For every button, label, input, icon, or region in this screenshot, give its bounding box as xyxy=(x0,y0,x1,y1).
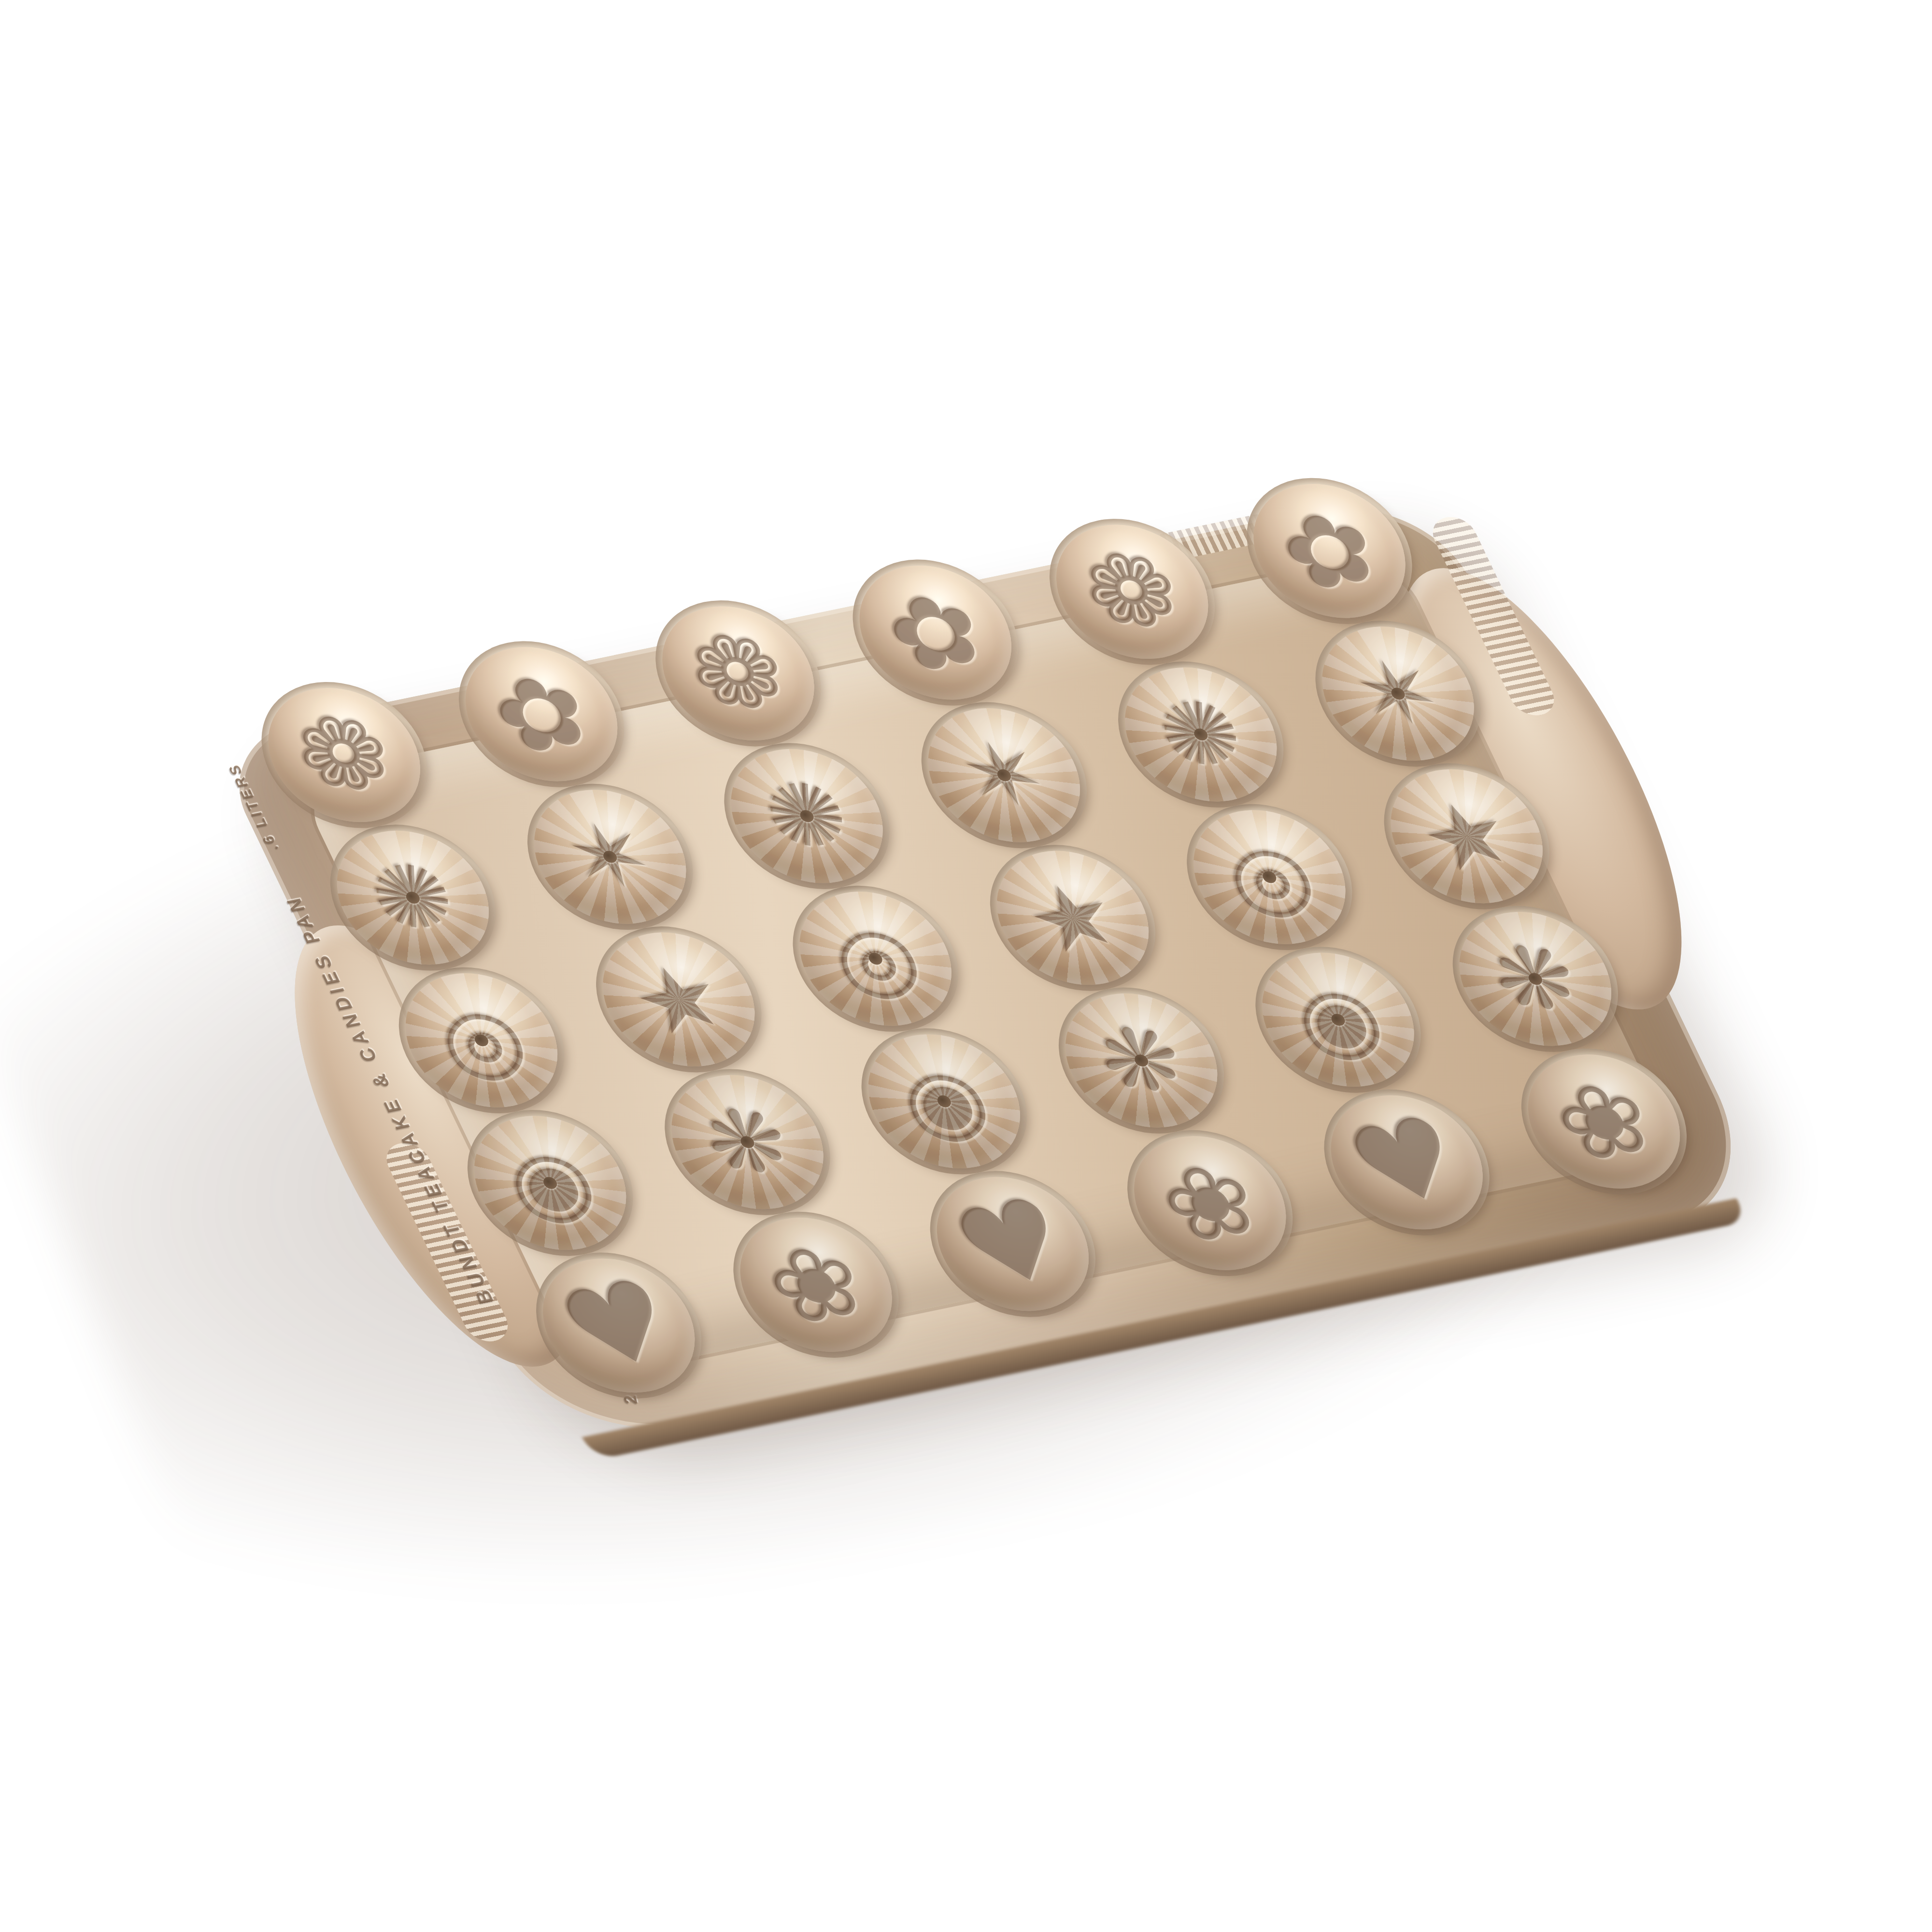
rose-icon: ❁ xyxy=(1067,535,1198,649)
cavity-leafy-wreath: ❋ xyxy=(1032,974,1251,1148)
floral-wreath-icon: ◎ xyxy=(1210,827,1329,927)
mold-dome-leafy-wreath: ❋ xyxy=(1435,899,1635,1059)
canele-swirl-icon: ◉ xyxy=(885,1051,1004,1151)
cavity-canele-swirl: ◉ xyxy=(835,1014,1054,1188)
mold-dome-star-flower: ✶ xyxy=(903,696,1104,855)
cavity-canele-swirl: ◉ xyxy=(1229,933,1448,1107)
cavity-leafy-wreath: ❋ xyxy=(638,1055,857,1229)
mold-dome-sunflower: ❀ xyxy=(1109,1123,1310,1283)
cavity-swirl-bundt: ✺ xyxy=(1092,648,1311,822)
swirl-bundt-icon: ✺ xyxy=(355,848,470,948)
mold-dome-heart: ♥ xyxy=(1307,1082,1507,1242)
rose-icon: ❁ xyxy=(673,617,804,730)
mold-dome-tiered-star: ★ xyxy=(1366,756,1567,916)
cavity-floral-wreath: ◎ xyxy=(766,872,985,1046)
mold-dome-floral-wreath: ◎ xyxy=(775,879,976,1038)
cavity-star-flower: ✶ xyxy=(1289,607,1508,781)
mold-dome-dahlia: ✿ xyxy=(1229,471,1430,631)
canele-swirl-icon: ◉ xyxy=(491,1133,610,1233)
mold-dome-rose: ❁ xyxy=(1032,512,1233,671)
mold-dome-dahlia: ✿ xyxy=(441,634,642,794)
dahlia-icon: ✿ xyxy=(476,657,607,771)
star-flower-icon: ✶ xyxy=(946,725,1061,825)
mold-dome-tiered-star: ★ xyxy=(578,920,779,1079)
mold-dome-dahlia: ✿ xyxy=(835,553,1036,712)
tiered-star-icon: ★ xyxy=(619,949,739,1050)
mold-dome-star-flower: ✶ xyxy=(510,777,710,937)
cavity-rose: ❁ xyxy=(1023,505,1242,679)
cavity-dahlia: ✿ xyxy=(826,546,1045,720)
leafy-wreath-icon: ❋ xyxy=(1084,1010,1199,1110)
mold-dome-tiered-star: ★ xyxy=(972,838,1173,997)
star-flower-icon: ✶ xyxy=(1340,644,1455,744)
mold-dome-canele-swirl: ◉ xyxy=(450,1103,651,1263)
mold-dome-floral-wreath: ◎ xyxy=(381,961,582,1120)
cavity-heart: ♥ xyxy=(903,1157,1122,1331)
mold-dome-leafy-wreath: ❋ xyxy=(647,1062,848,1222)
sunflower-icon: ❀ xyxy=(751,1228,881,1341)
cavity-rose: ❁ xyxy=(629,586,848,760)
tiered-star-icon: ★ xyxy=(1406,786,1527,887)
cavity-leafy-wreath: ❋ xyxy=(1426,892,1645,1066)
sunflower-icon: ❀ xyxy=(1144,1146,1275,1260)
mold-dome-rose: ❁ xyxy=(638,594,838,753)
mold-dome-canele-swirl: ◉ xyxy=(1237,940,1438,1099)
mold-dome-heart: ♥ xyxy=(912,1164,1113,1323)
cavity-heart: ♥ xyxy=(510,1238,729,1412)
cavity-swirl-bundt: ✺ xyxy=(303,811,523,985)
cavity-dahlia: ✿ xyxy=(1220,464,1439,638)
mold-dome-swirl-bundt: ✺ xyxy=(313,818,513,977)
tiered-star-icon: ★ xyxy=(1012,867,1133,968)
cavity-swirl-bundt: ✺ xyxy=(697,729,917,903)
floral-wreath-icon: ◎ xyxy=(817,909,935,1009)
mold-dome-rose: ❁ xyxy=(244,675,445,835)
heart-icon: ♥ xyxy=(545,1264,693,1388)
cavity-sunflower: ❀ xyxy=(1494,1035,1714,1208)
swirl-bundt-icon: ✺ xyxy=(1143,684,1258,784)
swirl-bundt-icon: ✺ xyxy=(750,766,865,866)
sunflower-icon: ❀ xyxy=(1538,1065,1669,1179)
dahlia-icon: ✿ xyxy=(870,576,1001,689)
cavity-rose: ❁ xyxy=(235,668,454,842)
cavity-sunflower: ❀ xyxy=(707,1198,926,1372)
cavity-tiered-star: ★ xyxy=(963,831,1182,1005)
floral-wreath-icon: ◎ xyxy=(423,990,541,1091)
mold-dome-heart: ♥ xyxy=(518,1246,719,1405)
cavity-star-flower: ✶ xyxy=(500,770,720,944)
cavity-floral-wreath: ◎ xyxy=(1160,790,1379,964)
leafy-wreath-icon: ❋ xyxy=(690,1092,805,1192)
cavity-star-flower: ✶ xyxy=(895,688,1114,862)
mold-dome-star-flower: ✶ xyxy=(1297,614,1498,773)
cavity-sunflower: ❀ xyxy=(1100,1116,1320,1290)
cavity-tiered-star: ★ xyxy=(1357,750,1577,923)
product-photo-stage: BUNDT TEACAKE & CANDIES PAN .6 LITERS 2.… xyxy=(0,0,1932,1932)
mold-dome-sunflower: ❀ xyxy=(1503,1042,1704,1201)
mold-dome-swirl-bundt: ✺ xyxy=(707,736,908,895)
star-flower-icon: ✶ xyxy=(553,807,668,907)
cavity-dahlia: ✿ xyxy=(432,627,651,801)
cavity-heart: ♥ xyxy=(1297,1076,1517,1250)
heart-icon: ♥ xyxy=(938,1182,1087,1307)
cavity-tiered-star: ★ xyxy=(569,912,788,1086)
dahlia-icon: ✿ xyxy=(1264,494,1395,608)
canele-swirl-icon: ◉ xyxy=(1279,969,1397,1070)
heart-icon: ♥ xyxy=(1333,1100,1481,1225)
cavity-floral-wreath: ◎ xyxy=(372,953,591,1127)
mold-dome-floral-wreath: ◎ xyxy=(1169,797,1370,957)
mold-dome-leafy-wreath: ❋ xyxy=(1041,980,1242,1140)
mold-dome-swirl-bundt: ✺ xyxy=(1100,654,1301,814)
leafy-wreath-icon: ❋ xyxy=(1477,929,1592,1029)
mold-dome-canele-swirl: ◉ xyxy=(844,1022,1045,1181)
mold-dome-sunflower: ❀ xyxy=(715,1205,916,1364)
rose-icon: ❁ xyxy=(279,698,410,812)
cavity-canele-swirl: ◉ xyxy=(441,1096,660,1270)
